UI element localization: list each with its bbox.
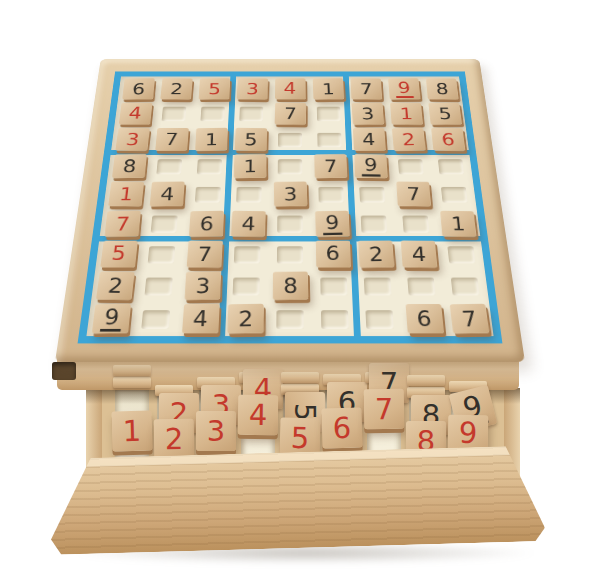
- tile-r3c1-3[interactable]: 3: [115, 128, 150, 151]
- tile-digit: 1: [122, 416, 141, 446]
- tile-r7c6-6[interactable]: 6: [315, 241, 350, 268]
- cell-r6c4[interactable]: 4: [226, 209, 269, 239]
- tile-digit: 4: [241, 214, 256, 233]
- tile-r5c8-7[interactable]: 7: [396, 182, 431, 207]
- tile-digit: 2: [368, 244, 384, 264]
- tile-digit: 3: [360, 105, 374, 121]
- tile-r8c3-3[interactable]: 3: [184, 272, 220, 301]
- cell-r5c4[interactable]: [228, 180, 270, 209]
- board-frame: 6253417984731537154268179143776491576242…: [55, 59, 525, 362]
- tile-r1c2-2[interactable]: 2: [160, 78, 193, 99]
- cell-r9c5[interactable]: [267, 302, 312, 336]
- cell-r5c7[interactable]: [351, 180, 394, 209]
- cell-r8c3[interactable]: 3: [179, 270, 225, 302]
- tile-digit: 5: [207, 81, 220, 96]
- tile-digit: 7: [359, 81, 372, 96]
- cell-grid: 6253417984731537154268179143776491576242…: [86, 76, 493, 336]
- tile-digit: 6: [440, 131, 455, 148]
- cell-r3c8[interactable]: 2: [388, 126, 430, 152]
- drawer-tile-1[interactable]: 1: [111, 410, 152, 451]
- tile-digit: 3: [125, 131, 140, 148]
- sudoku-set-photo: 6253417984731537154268179143776491576242…: [0, 0, 600, 588]
- cell-r8c2[interactable]: [135, 270, 182, 302]
- cell-r3c6[interactable]: [310, 126, 350, 152]
- cell-r4c7[interactable]: 9: [350, 153, 392, 180]
- tile-r2c8-1[interactable]: 1: [390, 102, 423, 124]
- tile-r3c2-7[interactable]: 7: [155, 128, 189, 151]
- tile-digit: 6: [325, 244, 340, 264]
- cell-r3c2[interactable]: 7: [151, 126, 193, 152]
- tile-r1c9-8[interactable]: 8: [426, 78, 459, 99]
- board-scene: 6253417984731537154268179143776491576242…: [55, 0, 525, 362]
- tile-digit: 9: [456, 418, 481, 451]
- tile-digit: 9: [99, 307, 122, 332]
- drawer-tile-edge: [407, 375, 445, 386]
- tile-r6c1-7[interactable]: 7: [104, 210, 140, 236]
- tile-digit: 4: [284, 81, 297, 96]
- tile-r9c1-9[interactable]: 9: [91, 304, 130, 334]
- cell-r6c2[interactable]: [142, 209, 187, 239]
- drawer-tile-6[interactable]: 6: [321, 407, 362, 448]
- tile-digit: 7: [375, 394, 394, 423]
- tile-digit: 4: [411, 244, 427, 264]
- cell-r7c9[interactable]: [438, 239, 484, 270]
- tile-digit: 7: [114, 214, 130, 233]
- cell-r9c4[interactable]: 2: [222, 302, 268, 336]
- tile-r3c9-6[interactable]: 6: [431, 128, 465, 151]
- cell-r1c1[interactable]: 6: [118, 76, 159, 100]
- tile-digit: 2: [165, 424, 184, 453]
- cell-r5c1[interactable]: 1: [103, 180, 147, 209]
- sudoku-board: 6253417984731537154268179143776491576242…: [78, 71, 503, 343]
- tile-digit: 7: [197, 244, 213, 264]
- cell-r2c1[interactable]: 4: [114, 101, 156, 126]
- drawer-tile-2[interactable]: 2: [154, 419, 195, 460]
- tile-r9c9-7[interactable]: 7: [449, 304, 489, 334]
- cell-r4c5[interactable]: [270, 153, 311, 180]
- tile-r2c7-3[interactable]: 3: [351, 102, 384, 124]
- cell-r2c9[interactable]: 5: [424, 101, 466, 126]
- cell-r8c9[interactable]: [441, 270, 489, 302]
- cell-r1c4[interactable]: 3: [233, 76, 272, 100]
- tile-digit: 6: [199, 214, 214, 233]
- tile-r1c4-3[interactable]: 3: [236, 78, 268, 99]
- cell-r6c9[interactable]: 1: [435, 209, 480, 239]
- cell-r1c2[interactable]: 2: [156, 76, 196, 100]
- tile-digit: 6: [416, 308, 433, 329]
- tile-r9c8-6[interactable]: 6: [405, 304, 444, 333]
- tile-digit: 4: [249, 400, 268, 429]
- tile-digit: 7: [323, 158, 337, 175]
- tile-r5c1-1[interactable]: 1: [108, 182, 144, 207]
- cell-r9c2[interactable]: [132, 302, 180, 336]
- tile-digit: 9: [361, 156, 380, 176]
- cell-r8c5[interactable]: 8: [268, 270, 312, 302]
- cell-r3c7[interactable]: 4: [349, 126, 390, 152]
- cell-r5c5[interactable]: 3: [269, 180, 310, 209]
- cell-r8c1[interactable]: 2: [91, 270, 139, 302]
- tile-r7c8-4[interactable]: 4: [400, 240, 437, 267]
- drawer-tile-edge: [113, 365, 151, 376]
- tile-r2c1-4[interactable]: 4: [118, 103, 152, 125]
- cell-r2c5[interactable]: 7: [270, 101, 309, 126]
- cell-r4c4[interactable]: 1: [229, 153, 270, 180]
- cell-r3c9[interactable]: 6: [427, 126, 470, 152]
- tile-digit: 1: [204, 131, 218, 148]
- cell-r7c2[interactable]: [139, 239, 185, 270]
- cell-r6c8[interactable]: [394, 209, 439, 239]
- cell-r1c5[interactable]: 4: [271, 76, 309, 100]
- cell-r6c5[interactable]: [269, 209, 311, 239]
- tile-r8c1-2[interactable]: 2: [95, 272, 134, 301]
- tile-r5c2-4[interactable]: 4: [149, 182, 184, 207]
- cell-r1c6[interactable]: 1: [309, 76, 348, 100]
- tile-digit: 1: [450, 214, 466, 233]
- tile-r1c6-1[interactable]: 1: [312, 78, 344, 99]
- cell-r9c6[interactable]: [312, 302, 358, 336]
- tile-r6c6-9[interactable]: 9: [315, 210, 350, 236]
- tile-r6c3-6[interactable]: 6: [189, 211, 224, 237]
- cell-r4c6[interactable]: 7: [310, 153, 351, 180]
- cell-r9c9[interactable]: 7: [445, 302, 494, 336]
- tile-digit: 3: [283, 185, 297, 203]
- tile-digit: 2: [401, 131, 416, 148]
- cell-r5c2[interactable]: 4: [145, 180, 189, 209]
- tile-r4c4-1[interactable]: 1: [233, 154, 266, 178]
- drawer-tile-7[interactable]: 7: [364, 389, 405, 430]
- tile-digit: 4: [192, 308, 208, 329]
- tile-r4c1-8[interactable]: 8: [112, 154, 147, 178]
- drawer-tile-edge: [281, 372, 319, 383]
- tile-r7c7-2[interactable]: 2: [358, 240, 395, 267]
- cell-r9c8[interactable]: 6: [401, 302, 449, 336]
- cell-r1c9[interactable]: 8: [421, 76, 462, 100]
- tile-r5c5-3[interactable]: 3: [273, 182, 307, 207]
- cell-r6c7[interactable]: [352, 209, 396, 239]
- cell-r7c7[interactable]: 2: [354, 239, 399, 270]
- tile-digit: 8: [121, 158, 136, 175]
- cell-r7c1[interactable]: 5: [95, 239, 141, 270]
- cell-r8c8[interactable]: [398, 270, 445, 302]
- tile-r8c5-8[interactable]: 8: [272, 272, 308, 300]
- cell-r3c4[interactable]: 5: [230, 126, 270, 152]
- tile-r6c9-1[interactable]: 1: [440, 210, 476, 236]
- cell-r7c3[interactable]: 7: [182, 239, 227, 270]
- tile-digit: 7: [460, 308, 478, 330]
- cell-r2c4[interactable]: [231, 101, 270, 126]
- tile-r3c7-4[interactable]: 4: [352, 128, 385, 151]
- cell-r5c8[interactable]: 7: [392, 180, 436, 209]
- tile-digit: 9: [322, 212, 342, 234]
- tile-digit: 4: [128, 106, 143, 122]
- cell-r8c4[interactable]: [224, 270, 269, 302]
- cell-r4c2[interactable]: [148, 153, 191, 180]
- cell-r4c1[interactable]: 8: [107, 153, 150, 180]
- tile-digit: 3: [207, 417, 225, 446]
- cell-r8c6[interactable]: [312, 270, 357, 302]
- tile-r7c3-7[interactable]: 7: [186, 240, 222, 267]
- tile-digit: 6: [332, 413, 351, 443]
- cell-r1c7[interactable]: 7: [346, 76, 385, 100]
- tile-r4c6-7[interactable]: 7: [314, 154, 347, 178]
- cell-r7c5[interactable]: [268, 239, 311, 270]
- tile-digit: 3: [195, 275, 210, 296]
- tile-digit: 7: [283, 105, 296, 121]
- tile-r1c1-6[interactable]: 6: [122, 78, 155, 99]
- cell-r3c3[interactable]: 1: [190, 126, 231, 152]
- tile-r3c8-2[interactable]: 2: [391, 128, 425, 151]
- tile-digit: 1: [321, 81, 334, 96]
- cell-r5c6[interactable]: [310, 180, 352, 209]
- cell-r7c6[interactable]: 6: [311, 239, 355, 270]
- tile-digit: 1: [243, 158, 257, 175]
- cell-r8c7[interactable]: [355, 270, 401, 302]
- tile-r7c1-5[interactable]: 5: [100, 241, 138, 268]
- cell-r5c3[interactable]: [186, 180, 229, 209]
- cell-r9c3[interactable]: 4: [177, 302, 224, 336]
- drawer-tile-edge: [113, 377, 151, 388]
- cell-r4c8[interactable]: [390, 153, 433, 180]
- cell-r6c6[interactable]: 9: [311, 209, 354, 239]
- cell-r6c1[interactable]: 7: [99, 209, 144, 239]
- cell-r9c7[interactable]: [356, 302, 403, 336]
- tile-digit: 9: [394, 80, 413, 98]
- cell-r2c7[interactable]: 3: [347, 101, 387, 126]
- drawer-tile-3[interactable]: 3: [196, 411, 236, 451]
- cell-r3c1[interactable]: 3: [111, 126, 154, 152]
- tile-digit: 7: [406, 185, 421, 203]
- cell-r2c8[interactable]: 1: [386, 101, 427, 126]
- tile-digit: 3: [245, 81, 258, 96]
- tile-r9c4-2[interactable]: 2: [227, 304, 263, 334]
- tile-r1c7-7[interactable]: 7: [350, 78, 382, 99]
- tile-digit: 5: [110, 244, 127, 264]
- tile-digit: 2: [106, 275, 123, 296]
- tile-r1c8-9[interactable]: 9: [388, 78, 421, 99]
- cell-r4c3[interactable]: [188, 153, 230, 180]
- tile-digit: 4: [159, 185, 174, 203]
- tile-digit: 5: [437, 105, 452, 121]
- tile-digit: 1: [118, 185, 134, 203]
- tile-r6c4-4[interactable]: 4: [230, 210, 265, 236]
- tile-digit: 2: [169, 81, 183, 96]
- tile-r4c7-9[interactable]: 9: [354, 154, 387, 178]
- drawer-front-panel[interactable]: [49, 445, 545, 555]
- tile-digit: 8: [283, 276, 298, 297]
- tile-r2c5-7[interactable]: 7: [274, 102, 306, 124]
- cell-r1c8[interactable]: 9: [384, 76, 424, 100]
- cell-r4c9[interactable]: [429, 153, 472, 180]
- tile-r3c4-5[interactable]: 5: [234, 128, 267, 151]
- tile-digit: 6: [131, 81, 145, 96]
- tile-r9c3-4[interactable]: 4: [182, 304, 220, 333]
- cell-r2c2[interactable]: [153, 101, 194, 126]
- cell-r5c9[interactable]: [432, 180, 476, 209]
- cell-r7c4[interactable]: [225, 239, 269, 270]
- tile-digit: 5: [244, 131, 258, 148]
- tile-digit: 2: [238, 308, 253, 330]
- tile-r3c3-1[interactable]: 1: [195, 128, 228, 151]
- tile-r1c3-5[interactable]: 5: [198, 78, 230, 99]
- tile-digit: 5: [290, 423, 309, 453]
- board-3d-plane: 6253417984731537154268179143776491576242…: [55, 59, 525, 362]
- cell-r3c5[interactable]: [270, 126, 310, 152]
- cell-r6c3[interactable]: 6: [184, 209, 228, 239]
- tile-digit: 7: [164, 131, 179, 148]
- tile-digit: 4: [362, 131, 376, 148]
- tile-r1c5-4[interactable]: 4: [275, 78, 306, 99]
- tile-digit: 8: [435, 81, 449, 96]
- cell-r2c6[interactable]: [309, 101, 348, 126]
- cell-r9c1[interactable]: 9: [86, 302, 135, 336]
- cell-r7c8[interactable]: 4: [396, 239, 442, 270]
- tile-digit: 1: [399, 105, 413, 121]
- cell-r1c3[interactable]: 5: [194, 76, 233, 100]
- cell-r2c3[interactable]: [192, 101, 232, 126]
- drawer-tile-4[interactable]: 4: [238, 395, 279, 436]
- tile-r2c9-5[interactable]: 5: [428, 102, 462, 124]
